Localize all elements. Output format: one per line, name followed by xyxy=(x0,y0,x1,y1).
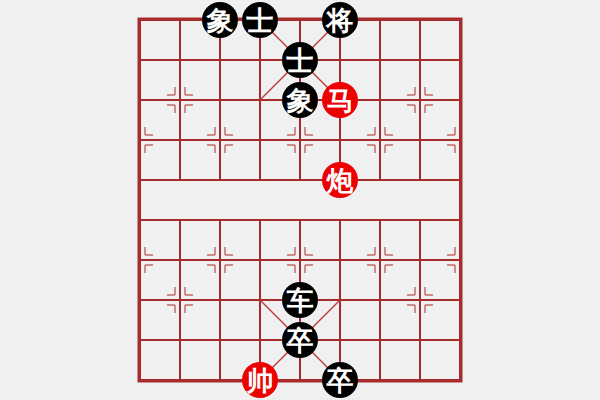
piece-black-soldier[interactable]: 卒 xyxy=(322,362,358,398)
xiangqi-board: 象士将士象马炮车卒帅卒 xyxy=(0,0,600,400)
board-grid[interactable]: 象士将士象马炮车卒帅卒 xyxy=(120,0,480,400)
piece-black-chariot[interactable]: 车 xyxy=(282,282,318,318)
piece-black-elephant[interactable]: 象 xyxy=(282,82,318,118)
piece-black-advisor[interactable]: 士 xyxy=(242,2,278,38)
piece-black-advisor[interactable]: 士 xyxy=(282,42,318,78)
piece-red-horse[interactable]: 马 xyxy=(322,82,358,118)
piece-red-general[interactable]: 帅 xyxy=(242,362,278,398)
piece-black-soldier[interactable]: 卒 xyxy=(282,322,318,358)
piece-black-general[interactable]: 将 xyxy=(322,2,358,38)
piece-red-cannon[interactable]: 炮 xyxy=(322,162,358,198)
piece-black-elephant[interactable]: 象 xyxy=(202,2,238,38)
